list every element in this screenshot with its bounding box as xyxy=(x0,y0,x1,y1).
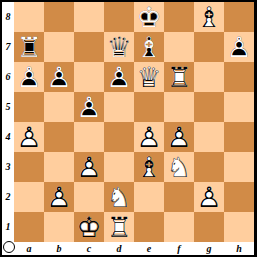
piece-outline-glyph: ♙ xyxy=(44,182,74,214)
square-e8[interactable]: ♚♔ xyxy=(134,2,164,32)
square-c3[interactable]: ♟♙ xyxy=(74,152,104,182)
piece-fill-glyph: ♟ xyxy=(164,122,194,154)
square-e3[interactable]: ♝♗ xyxy=(134,152,164,182)
square-a4[interactable]: ♟♙ xyxy=(14,122,44,152)
square-d4[interactable] xyxy=(104,122,134,152)
square-f3[interactable]: ♞♘ xyxy=(164,152,194,182)
piece-outline-glyph: ♔ xyxy=(74,212,104,244)
piece-fill-glyph: ♚ xyxy=(74,212,104,244)
piece-outline-glyph: ♙ xyxy=(44,62,74,94)
chess-board: ♚♔♝♗♜♖♛♕♝♗♟♙♟♙♟♙♟♙♛♕♜♖♟♙♟♙♟♙♟♙♟♙♝♗♞♘♟♙♞♘… xyxy=(14,2,254,242)
piece-fill-glyph: ♝ xyxy=(134,152,164,184)
piece-black-rook[interactable]: ♜♖ xyxy=(14,32,44,62)
piece-fill-glyph: ♛ xyxy=(134,62,164,94)
square-e6[interactable]: ♛♕ xyxy=(134,62,164,92)
piece-outline-glyph: ♔ xyxy=(134,2,164,34)
piece-fill-glyph: ♟ xyxy=(44,62,74,94)
square-a1[interactable] xyxy=(14,212,44,242)
square-h5[interactable] xyxy=(224,92,254,122)
piece-outline-glyph: ♙ xyxy=(164,122,194,154)
square-d6[interactable]: ♟♙ xyxy=(104,62,134,92)
rank-label-5: 5 xyxy=(2,92,14,122)
square-b3[interactable] xyxy=(44,152,74,182)
square-g4[interactable] xyxy=(194,122,224,152)
piece-outline-glyph: ♕ xyxy=(104,32,134,64)
square-e1[interactable] xyxy=(134,212,164,242)
square-a8[interactable] xyxy=(14,2,44,32)
piece-fill-glyph: ♟ xyxy=(14,62,44,94)
chess-diagram: 87654321 ♚♔♝♗♜♖♛♕♝♗♟♙♟♙♟♙♟♙♛♕♜♖♟♙♟♙♟♙♟♙♟… xyxy=(0,0,257,257)
square-g1[interactable] xyxy=(194,212,224,242)
piece-fill-glyph: ♟ xyxy=(44,182,74,214)
piece-fill-glyph: ♟ xyxy=(74,92,104,124)
rank-label-4: 4 xyxy=(2,122,14,152)
piece-fill-glyph: ♟ xyxy=(194,182,224,214)
square-e2[interactable] xyxy=(134,182,164,212)
square-b7[interactable] xyxy=(44,32,74,62)
square-e7[interactable]: ♝♗ xyxy=(134,32,164,62)
file-label-h: h xyxy=(224,242,254,255)
square-f8[interactable] xyxy=(164,2,194,32)
rank-label-1: 1 xyxy=(2,212,14,242)
square-h1[interactable] xyxy=(224,212,254,242)
square-d7[interactable]: ♛♕ xyxy=(104,32,134,62)
file-label-strip: abcdefgh xyxy=(2,242,254,255)
square-c1[interactable]: ♚♔ xyxy=(74,212,104,242)
piece-outline-glyph: ♙ xyxy=(14,122,44,154)
piece-fill-glyph: ♞ xyxy=(104,182,134,214)
square-c6[interactable] xyxy=(74,62,104,92)
piece-white-pawn[interactable]: ♟♙ xyxy=(194,182,224,212)
square-h6[interactable] xyxy=(224,62,254,92)
piece-outline-glyph: ♕ xyxy=(134,62,164,94)
piece-fill-glyph: ♟ xyxy=(104,62,134,94)
piece-outline-glyph: ♗ xyxy=(194,2,224,34)
square-d1[interactable]: ♜♖ xyxy=(104,212,134,242)
piece-fill-glyph: ♞ xyxy=(164,152,194,184)
piece-outline-glyph: ♙ xyxy=(134,122,164,154)
square-f6[interactable]: ♜♖ xyxy=(164,62,194,92)
square-g2[interactable]: ♟♙ xyxy=(194,182,224,212)
piece-outline-glyph: ♙ xyxy=(14,62,44,94)
piece-white-knight[interactable]: ♞♘ xyxy=(164,152,194,182)
piece-outline-glyph: ♖ xyxy=(104,212,134,244)
piece-outline-glyph: ♗ xyxy=(134,32,164,64)
square-d8[interactable] xyxy=(104,2,134,32)
square-c4[interactable] xyxy=(74,122,104,152)
piece-fill-glyph: ♚ xyxy=(134,2,164,34)
square-c5[interactable]: ♟♙ xyxy=(74,92,104,122)
square-f7[interactable] xyxy=(164,32,194,62)
piece-white-pawn[interactable]: ♟♙ xyxy=(164,122,194,152)
square-a3[interactable] xyxy=(14,152,44,182)
piece-fill-glyph: ♝ xyxy=(194,2,224,34)
piece-black-pawn[interactable]: ♟♙ xyxy=(74,92,104,122)
piece-white-rook[interactable]: ♜♖ xyxy=(164,62,194,92)
file-label-a: a xyxy=(14,242,44,255)
file-labels: abcdefgh xyxy=(14,242,254,255)
square-b4[interactable] xyxy=(44,122,74,152)
square-c8[interactable] xyxy=(74,2,104,32)
square-b5[interactable] xyxy=(44,92,74,122)
piece-outline-glyph: ♘ xyxy=(164,152,194,184)
piece-white-pawn[interactable]: ♟♙ xyxy=(44,182,74,212)
piece-white-rook[interactable]: ♜♖ xyxy=(104,212,134,242)
piece-white-pawn[interactable]: ♟♙ xyxy=(134,122,164,152)
rank-label-3: 3 xyxy=(2,152,14,182)
piece-outline-glyph: ♖ xyxy=(164,62,194,94)
piece-outline-glyph: ♖ xyxy=(14,32,44,64)
square-h4[interactable] xyxy=(224,122,254,152)
piece-fill-glyph: ♟ xyxy=(74,152,104,184)
piece-white-king[interactable]: ♚♔ xyxy=(74,212,104,242)
file-label-g: g xyxy=(194,242,224,255)
piece-outline-glyph: ♙ xyxy=(194,182,224,214)
square-a5[interactable] xyxy=(14,92,44,122)
square-a2[interactable] xyxy=(14,182,44,212)
square-a6[interactable]: ♟♙ xyxy=(14,62,44,92)
turn-indicator-circle xyxy=(3,241,15,253)
rank-label-7: 7 xyxy=(2,32,14,62)
square-c7[interactable] xyxy=(74,32,104,62)
piece-black-pawn[interactable]: ♟♙ xyxy=(224,32,254,62)
file-label-c: c xyxy=(74,242,104,255)
square-d5[interactable] xyxy=(104,92,134,122)
piece-white-queen[interactable]: ♛♕ xyxy=(134,62,164,92)
piece-outline-glyph: ♙ xyxy=(74,92,104,124)
rank-label-2: 2 xyxy=(2,182,14,212)
square-a7[interactable]: ♜♖ xyxy=(14,32,44,62)
piece-white-knight[interactable]: ♞♘ xyxy=(104,182,134,212)
piece-fill-glyph: ♜ xyxy=(164,62,194,94)
square-b1[interactable] xyxy=(44,212,74,242)
square-e4[interactable]: ♟♙ xyxy=(134,122,164,152)
piece-outline-glyph: ♙ xyxy=(104,62,134,94)
square-g6[interactable] xyxy=(194,62,224,92)
piece-black-pawn[interactable]: ♟♙ xyxy=(14,62,44,92)
piece-fill-glyph: ♜ xyxy=(104,212,134,244)
square-g3[interactable] xyxy=(194,152,224,182)
square-f1[interactable] xyxy=(164,212,194,242)
square-d3[interactable] xyxy=(104,152,134,182)
piece-fill-glyph: ♝ xyxy=(134,32,164,64)
rank-labels: 87654321 xyxy=(2,2,14,242)
file-label-f: f xyxy=(164,242,194,255)
square-e5[interactable] xyxy=(134,92,164,122)
piece-fill-glyph: ♛ xyxy=(104,32,134,64)
piece-outline-glyph: ♗ xyxy=(134,152,164,184)
piece-white-bishop[interactable]: ♝♗ xyxy=(194,2,224,32)
piece-outline-glyph: ♙ xyxy=(224,32,254,64)
piece-outline-glyph: ♙ xyxy=(74,152,104,184)
piece-black-pawn[interactable]: ♟♙ xyxy=(104,62,134,92)
square-f2[interactable] xyxy=(164,182,194,212)
rank-label-8: 8 xyxy=(2,2,14,32)
square-f5[interactable] xyxy=(164,92,194,122)
piece-white-pawn[interactable]: ♟♙ xyxy=(74,152,104,182)
square-g7[interactable] xyxy=(194,32,224,62)
square-f4[interactable]: ♟♙ xyxy=(164,122,194,152)
piece-white-bishop[interactable]: ♝♗ xyxy=(134,152,164,182)
square-b8[interactable] xyxy=(44,2,74,32)
square-d2[interactable]: ♞♘ xyxy=(104,182,134,212)
piece-fill-glyph: ♜ xyxy=(14,32,44,64)
piece-black-pawn[interactable]: ♟♙ xyxy=(44,62,74,92)
square-c2[interactable] xyxy=(74,182,104,212)
piece-black-queen[interactable]: ♛♕ xyxy=(104,32,134,62)
square-g8[interactable]: ♝♗ xyxy=(194,2,224,32)
piece-fill-glyph: ♟ xyxy=(134,122,164,154)
square-g5[interactable] xyxy=(194,92,224,122)
piece-black-king[interactable]: ♚♔ xyxy=(134,2,164,32)
piece-fill-glyph: ♟ xyxy=(14,122,44,154)
piece-fill-glyph: ♟ xyxy=(224,32,254,64)
square-h8[interactable] xyxy=(224,2,254,32)
piece-black-bishop[interactable]: ♝♗ xyxy=(134,32,164,62)
square-b6[interactable]: ♟♙ xyxy=(44,62,74,92)
rank-label-6: 6 xyxy=(2,62,14,92)
square-h3[interactable] xyxy=(224,152,254,182)
file-label-b: b xyxy=(44,242,74,255)
square-b2[interactable]: ♟♙ xyxy=(44,182,74,212)
piece-outline-glyph: ♘ xyxy=(104,182,134,214)
piece-white-pawn[interactable]: ♟♙ xyxy=(14,122,44,152)
square-h2[interactable] xyxy=(224,182,254,212)
file-label-d: d xyxy=(104,242,134,255)
square-h7[interactable]: ♟♙ xyxy=(224,32,254,62)
file-label-e: e xyxy=(134,242,164,255)
